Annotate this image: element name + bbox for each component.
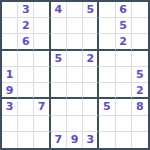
cell-r8c9[interactable]: [132, 116, 148, 132]
cell-r3c9[interactable]: [132, 34, 148, 50]
cell-r5c3[interactable]: [34, 67, 50, 83]
cell-r1c9[interactable]: [132, 2, 148, 18]
cell-r3c6[interactable]: [83, 34, 99, 50]
cell-r6c2[interactable]: [18, 83, 34, 99]
cell-r6c4[interactable]: [51, 83, 67, 99]
cell-r2c5[interactable]: [67, 18, 83, 34]
cell-r3c1[interactable]: [2, 34, 18, 50]
cell-r2c2[interactable]: 2: [18, 18, 34, 34]
cell-r8c5[interactable]: [67, 116, 83, 132]
cell-r1c6[interactable]: 5: [83, 2, 99, 18]
cell-r9c2[interactable]: [18, 132, 34, 148]
cell-r6c9[interactable]: 2: [132, 83, 148, 99]
cell-r3c3[interactable]: [34, 34, 50, 50]
cell-r9c9[interactable]: [132, 132, 148, 148]
cell-r3c4[interactable]: [51, 34, 67, 50]
cell-r7c6[interactable]: [83, 99, 99, 115]
cell-r1c3[interactable]: [34, 2, 50, 18]
cell-r8c8[interactable]: [116, 116, 132, 132]
cell-r2c3[interactable]: [34, 18, 50, 34]
cell-r7c3[interactable]: 7: [34, 99, 50, 115]
cell-r9c5[interactable]: 9: [67, 132, 83, 148]
cell-r2c7[interactable]: [99, 18, 115, 34]
cell-r5c7[interactable]: [99, 67, 115, 83]
cell-r7c1[interactable]: 3: [2, 99, 18, 115]
cell-r1c7[interactable]: [99, 2, 115, 18]
cell-r8c4[interactable]: [51, 116, 67, 132]
cell-r4c6[interactable]: 2: [83, 51, 99, 67]
cell-r4c2[interactable]: [18, 51, 34, 67]
cell-r4c7[interactable]: [99, 51, 115, 67]
cell-r7c9[interactable]: 8: [132, 99, 148, 115]
cell-r6c6[interactable]: [83, 83, 99, 99]
cell-r1c4[interactable]: 4: [51, 2, 67, 18]
cell-r7c2[interactable]: [18, 99, 34, 115]
cell-r4c4[interactable]: 5: [51, 51, 67, 67]
cell-r8c7[interactable]: [99, 116, 115, 132]
cell-r7c4[interactable]: [51, 99, 67, 115]
cell-r2c9[interactable]: [132, 18, 148, 34]
cell-r5c8[interactable]: [116, 67, 132, 83]
cell-r6c7[interactable]: [99, 83, 115, 99]
cell-r5c9[interactable]: 5: [132, 67, 148, 83]
cell-r9c4[interactable]: 7: [51, 132, 67, 148]
cell-r9c1[interactable]: [2, 132, 18, 148]
cell-r8c3[interactable]: [34, 116, 50, 132]
cell-r9c7[interactable]: [99, 132, 115, 148]
cell-r5c6[interactable]: [83, 67, 99, 83]
sudoku-board: 345625625215923758793: [0, 0, 150, 150]
cell-r4c3[interactable]: [34, 51, 50, 67]
cell-r7c7[interactable]: 5: [99, 99, 115, 115]
cell-r8c2[interactable]: [18, 116, 34, 132]
cell-r8c6[interactable]: [83, 116, 99, 132]
cell-r6c1[interactable]: 9: [2, 83, 18, 99]
cell-r7c5[interactable]: [67, 99, 83, 115]
cell-r2c4[interactable]: [51, 18, 67, 34]
cell-r2c6[interactable]: [83, 18, 99, 34]
cell-r3c7[interactable]: [99, 34, 115, 50]
cell-r5c1[interactable]: 1: [2, 67, 18, 83]
cell-r5c5[interactable]: [67, 67, 83, 83]
cell-r4c5[interactable]: [67, 51, 83, 67]
cell-r5c4[interactable]: [51, 67, 67, 83]
cell-r5c2[interactable]: [18, 67, 34, 83]
cell-r1c5[interactable]: [67, 2, 83, 18]
cell-r3c2[interactable]: 6: [18, 34, 34, 50]
cell-r2c1[interactable]: [2, 18, 18, 34]
cell-r3c8[interactable]: 2: [116, 34, 132, 50]
cell-r3c5[interactable]: [67, 34, 83, 50]
cell-r9c3[interactable]: [34, 132, 50, 148]
cell-r9c8[interactable]: [116, 132, 132, 148]
cell-r8c1[interactable]: [2, 116, 18, 132]
cell-r6c8[interactable]: [116, 83, 132, 99]
cell-r4c9[interactable]: [132, 51, 148, 67]
cell-r7c8[interactable]: [116, 99, 132, 115]
cell-r1c8[interactable]: 6: [116, 2, 132, 18]
page-background: 345625625215923758793: [0, 0, 150, 150]
cell-r4c1[interactable]: [2, 51, 18, 67]
cell-r2c8[interactable]: 5: [116, 18, 132, 34]
cell-r1c1[interactable]: [2, 2, 18, 18]
cell-r1c2[interactable]: 3: [18, 2, 34, 18]
cell-r4c8[interactable]: [116, 51, 132, 67]
cell-r6c3[interactable]: [34, 83, 50, 99]
cell-r6c5[interactable]: [67, 83, 83, 99]
cell-r9c6[interactable]: 3: [83, 132, 99, 148]
